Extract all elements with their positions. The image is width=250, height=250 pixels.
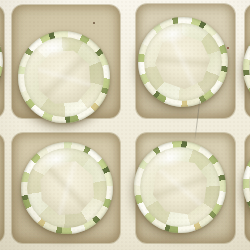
tray-cell-r2c0-partial: [0, 133, 4, 243]
rhinestone-tray-photo: [0, 0, 250, 250]
rhinestone-row1-col2: [138, 17, 228, 107]
rhinestone-row2-col1: [21, 142, 113, 234]
dust-speck-1: [93, 22, 95, 24]
dust-speck-2: [227, 47, 229, 49]
rhinestone-row1-col1: [18, 31, 110, 123]
rhinestone-row2-col2: [134, 141, 226, 233]
